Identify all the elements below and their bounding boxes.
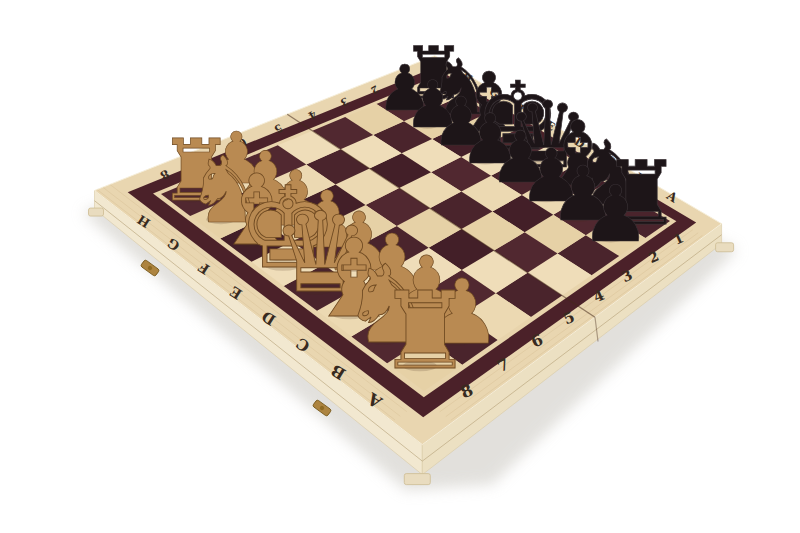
box-foot [89, 208, 104, 216]
chess-set-photo: AABBCCDDEEFFGGHH1122334455667788♜♟♞♟♝♟♚♟… [0, 0, 800, 533]
box-foot [716, 243, 734, 252]
box-foot [404, 474, 430, 485]
piece-black-pawn-a2: ♟ [581, 169, 651, 259]
piece-white-rook-a8: ♜ [377, 269, 473, 393]
chessboard: AABBCCDDEEFFGGHH1122334455667788♜♟♞♟♝♟♚♟… [0, 0, 800, 533]
